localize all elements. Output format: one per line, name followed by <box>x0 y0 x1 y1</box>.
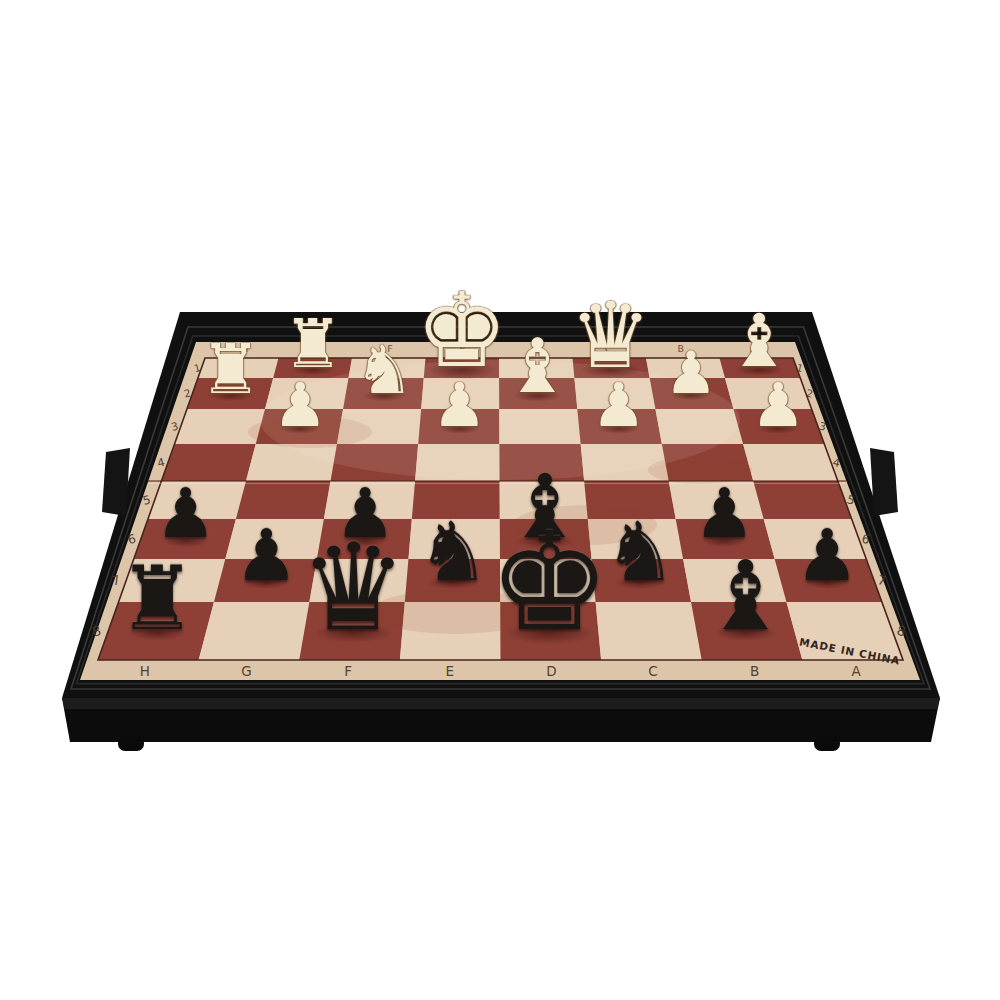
square-b5 <box>669 481 764 519</box>
product-photo: 1122334455667788HHGGFFEEDDCCBBAAMADE IN … <box>0 0 1000 1000</box>
label-file-top-g: G <box>314 343 321 354</box>
chess-board: 1122334455667788HHGGFFEEDDCCBBAAMADE IN … <box>0 0 1000 1000</box>
square-b6 <box>676 519 775 559</box>
board-stain <box>370 590 540 634</box>
square-g7 <box>214 559 317 602</box>
label-file-top-b: B <box>677 343 684 354</box>
square-a6 <box>764 519 867 559</box>
hinge-right <box>870 448 898 516</box>
label-file-top-d: D <box>532 343 539 354</box>
square-g5 <box>236 481 331 519</box>
square-h3 <box>175 409 265 444</box>
hinge-left <box>102 448 130 516</box>
label-file-top-c: C <box>605 343 612 354</box>
square-a5 <box>753 481 851 519</box>
square-g8 <box>199 602 310 660</box>
square-d7 <box>500 559 596 602</box>
frame-side-highlight <box>62 698 940 709</box>
square-a1 <box>720 358 801 378</box>
square-f5 <box>324 481 415 519</box>
square-b8 <box>691 602 802 660</box>
label-file-bottom-d: D <box>546 663 556 679</box>
square-c7 <box>592 559 691 602</box>
frame-foot-right <box>814 736 840 751</box>
board-sheen <box>260 360 740 480</box>
square-f6 <box>317 519 412 559</box>
square-h6 <box>134 519 236 559</box>
square-a7 <box>775 559 882 602</box>
label-file-top-f: F <box>387 343 392 354</box>
square-h5 <box>148 481 246 519</box>
square-h4 <box>161 444 255 481</box>
board-stain <box>513 505 657 545</box>
label-file-bottom-b: B <box>750 663 759 679</box>
label-file-bottom-c: C <box>648 663 657 679</box>
label-file-bottom-a: A <box>852 663 862 679</box>
square-h2 <box>187 378 273 409</box>
square-g1 <box>273 358 352 378</box>
label-file-bottom-g: G <box>241 663 251 679</box>
square-e5 <box>412 481 500 519</box>
square-a4 <box>743 444 838 481</box>
label-file-top-h: H <box>241 343 248 354</box>
label-file-bottom-h: H <box>140 663 150 679</box>
square-a3 <box>733 409 824 444</box>
label-file-top-a: A <box>750 343 757 354</box>
square-f7 <box>309 559 408 602</box>
frame-foot-left <box>118 736 144 751</box>
square-h7 <box>119 559 226 602</box>
label-file-bottom-e: E <box>445 663 454 679</box>
square-g6 <box>225 519 324 559</box>
square-e6 <box>408 519 500 559</box>
square-c8 <box>596 602 702 660</box>
label-file-bottom-f: F <box>344 663 352 679</box>
square-a2 <box>725 378 812 409</box>
label-file-top-e: E <box>460 343 466 354</box>
square-b7 <box>683 559 786 602</box>
square-h1 <box>198 358 279 378</box>
